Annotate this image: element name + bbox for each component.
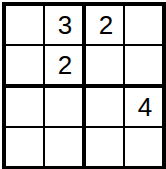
cell-r1c4[interactable] [125, 6, 162, 46]
cell-r2c3[interactable] [86, 46, 125, 88]
cell-r4c3[interactable] [86, 128, 125, 166]
cell-r4c2[interactable] [45, 128, 86, 166]
cell-r4c4[interactable] [125, 128, 162, 166]
sudoku-board: 3 2 2 4 [2, 2, 166, 169]
cell-r4c1[interactable] [6, 128, 45, 166]
cell-r2c2[interactable]: 2 [45, 46, 86, 88]
cell-r3c2[interactable] [45, 88, 86, 128]
cell-r3c3[interactable] [86, 88, 125, 128]
cell-r2c4[interactable] [125, 46, 162, 88]
cell-r3c1[interactable] [6, 88, 45, 128]
cell-r1c2[interactable]: 3 [45, 6, 86, 46]
cell-r3c4[interactable]: 4 [125, 88, 162, 128]
cell-r1c3[interactable]: 2 [86, 6, 125, 46]
cell-r1c1[interactable] [6, 6, 45, 46]
sudoku-page: 3 2 2 4 [0, 0, 165, 169]
cell-r2c1[interactable] [6, 46, 45, 88]
